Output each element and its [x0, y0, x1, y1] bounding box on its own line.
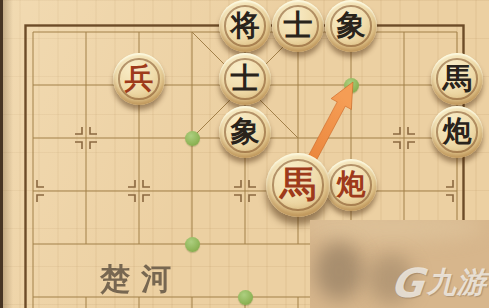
- jiuyou-logo-icon: G: [389, 260, 427, 306]
- piece-glyph: 象: [231, 117, 260, 146]
- piece-glyph: 炮: [443, 117, 472, 146]
- jiuyou-logo-text: 九游: [427, 263, 487, 303]
- piece-glyph: 象: [337, 11, 366, 40]
- piece-glyph: 将: [231, 11, 260, 40]
- jiuyou-watermark: G 九游: [391, 260, 487, 306]
- piece-glyph: 炮: [337, 170, 366, 199]
- piece-black-advisor-1[interactable]: 士: [272, 0, 324, 52]
- piece-black-advisor-2[interactable]: 士: [219, 53, 271, 105]
- piece-glyph: 士: [284, 11, 313, 40]
- xiangqi-board: 楚河 将士象士象馬炮兵馬炮 G 九游: [0, 0, 489, 308]
- piece-glyph: 馬: [280, 166, 316, 202]
- piece-glyph: 馬: [443, 64, 472, 93]
- piece-red-pawn[interactable]: 兵: [113, 53, 165, 105]
- piece-black-general[interactable]: 将: [219, 0, 271, 52]
- piece-red-cannon[interactable]: 炮: [325, 159, 377, 211]
- piece-glyph: 士: [231, 64, 260, 93]
- piece-red-horse[interactable]: 馬: [266, 153, 330, 217]
- piece-black-elephant-1[interactable]: 象: [325, 0, 377, 52]
- piece-black-horse[interactable]: 馬: [431, 53, 483, 105]
- piece-black-elephant-2[interactable]: 象: [219, 106, 271, 158]
- piece-black-cannon[interactable]: 炮: [431, 106, 483, 158]
- piece-glyph: 兵: [125, 64, 154, 93]
